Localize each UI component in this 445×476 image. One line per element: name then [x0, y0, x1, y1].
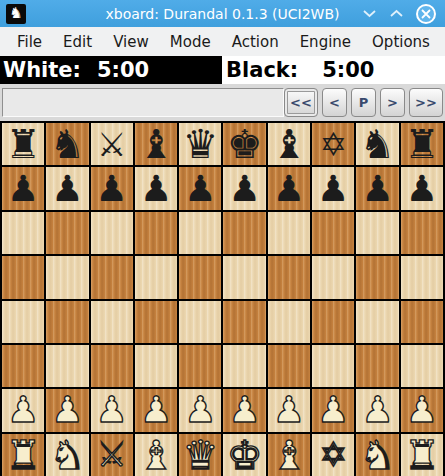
square-e4[interactable]	[179, 301, 221, 343]
square-c4[interactable]	[91, 301, 133, 343]
piece-white-pawn[interactable]: ♟	[273, 392, 305, 428]
square-b6[interactable]	[46, 212, 88, 254]
clock-row: White: 5:00 Black: 5:00	[0, 56, 445, 84]
square-j7[interactable]: ♟	[401, 167, 443, 209]
step-forward-button[interactable]: >	[380, 88, 405, 117]
square-h2[interactable]: ♟	[312, 389, 354, 431]
square-i7[interactable]: ♟	[356, 167, 398, 209]
square-a6[interactable]	[2, 212, 44, 254]
square-g3[interactable]	[268, 345, 310, 387]
square-e3[interactable]	[179, 345, 221, 387]
square-h3[interactable]	[312, 345, 354, 387]
square-b4[interactable]	[46, 301, 88, 343]
menu-engine[interactable]: Engine	[295, 33, 356, 51]
square-a8[interactable]: ♜	[2, 123, 44, 165]
piece-white-knight[interactable]: ♞	[360, 435, 396, 475]
square-f5[interactable]	[223, 256, 265, 298]
maximize-button[interactable]	[389, 8, 403, 20]
square-a1[interactable]: ♜	[2, 434, 44, 476]
knight-icon: ♞	[9, 6, 22, 21]
square-d2[interactable]: ♟	[135, 389, 177, 431]
piece-white-rook[interactable]: ♜	[5, 435, 41, 475]
square-i3[interactable]	[356, 345, 398, 387]
square-f4[interactable]	[223, 301, 265, 343]
square-i2[interactable]: ♟	[356, 389, 398, 431]
chess-board: ♜♞⚔︎♝♛♚♝✡︎♞♜♟♟♟♟♟♟♟♟♟♟♟♟♟♟♟♟♟♟♟♟♜♞⚔︎♝♛♚♝…	[0, 121, 445, 476]
square-d8[interactable]: ♝	[135, 123, 177, 165]
square-g8[interactable]: ♝	[268, 123, 310, 165]
square-i4[interactable]	[356, 301, 398, 343]
square-h5[interactable]	[312, 256, 354, 298]
square-f8[interactable]: ♚	[223, 123, 265, 165]
square-j2[interactable]: ♟	[401, 389, 443, 431]
app-icon[interactable]: ♞	[6, 4, 26, 24]
piece-white-king[interactable]: ♚	[227, 435, 263, 475]
piece-black-chancellor[interactable]: ✡︎	[319, 128, 347, 161]
square-h1[interactable]: ✡︎	[312, 434, 354, 476]
square-c1[interactable]: ⚔︎	[91, 434, 133, 476]
message-field	[2, 88, 284, 117]
square-g6[interactable]	[268, 212, 310, 254]
window-controls	[362, 4, 436, 24]
close-button[interactable]	[416, 4, 436, 24]
square-i6[interactable]	[356, 212, 398, 254]
xboard-window: ♞ xboard: Durandal 0.1.3 (UCI2WB) File E…	[0, 0, 445, 476]
square-a3[interactable]	[2, 345, 44, 387]
piece-white-pawn[interactable]: ♟	[317, 392, 349, 428]
window-titlebar: ♞ xboard: Durandal 0.1.3 (UCI2WB)	[0, 0, 445, 27]
square-h6[interactable]	[312, 212, 354, 254]
black-clock[interactable]: Black: 5:00	[222, 56, 445, 84]
square-d3[interactable]	[135, 345, 177, 387]
square-j1[interactable]: ♜	[401, 434, 443, 476]
piece-black-bishop[interactable]: ♝	[271, 124, 307, 164]
white-clock[interactable]: White: 5:00	[0, 56, 222, 84]
piece-white-chancellor[interactable]: ✡︎	[319, 438, 347, 471]
piece-black-pawn[interactable]: ♟	[273, 171, 305, 207]
piece-white-bishop[interactable]: ♝	[138, 435, 174, 475]
square-g4[interactable]	[268, 301, 310, 343]
menu-file[interactable]: File	[12, 33, 47, 51]
piece-white-archbishop[interactable]: ⚔︎	[97, 438, 127, 471]
menu-action[interactable]: Action	[227, 33, 284, 51]
piece-black-pawn[interactable]: ♟	[140, 171, 172, 207]
square-j3[interactable]	[401, 345, 443, 387]
square-b8[interactable]: ♞	[46, 123, 88, 165]
square-e1[interactable]: ♛	[179, 434, 221, 476]
square-a4[interactable]	[2, 301, 44, 343]
fast-forward-button[interactable]: >>	[409, 88, 443, 117]
navigation-buttons: << < P > >>	[284, 88, 443, 117]
square-a2[interactable]: ♟	[2, 389, 44, 431]
square-f1[interactable]: ♚	[223, 434, 265, 476]
square-a7[interactable]: ♟	[2, 167, 44, 209]
square-c6[interactable]	[91, 212, 133, 254]
piece-black-pawn[interactable]: ♟	[7, 171, 39, 207]
square-h4[interactable]	[312, 301, 354, 343]
piece-white-pawn[interactable]: ♟	[96, 392, 128, 428]
square-i1[interactable]: ♞	[356, 434, 398, 476]
piece-black-pawn[interactable]: ♟	[229, 171, 261, 207]
square-j6[interactable]	[401, 212, 443, 254]
piece-black-queen[interactable]: ♛	[182, 124, 218, 164]
pause-button[interactable]: P	[351, 88, 376, 117]
step-back-button[interactable]: <	[322, 88, 347, 117]
piece-white-knight[interactable]: ♞	[50, 435, 86, 475]
piece-white-pawn[interactable]: ♟	[406, 392, 438, 428]
square-g1[interactable]: ♝	[268, 434, 310, 476]
square-c5[interactable]	[91, 256, 133, 298]
square-d5[interactable]	[135, 256, 177, 298]
square-e7[interactable]: ♟	[179, 167, 221, 209]
piece-white-pawn[interactable]: ♟	[229, 392, 261, 428]
piece-black-pawn[interactable]: ♟	[184, 171, 216, 207]
black-clock-time: 5:00	[322, 58, 374, 82]
piece-white-pawn[interactable]: ♟	[184, 392, 216, 428]
square-b5[interactable]	[46, 256, 88, 298]
square-b1[interactable]: ♞	[46, 434, 88, 476]
white-clock-label: White:	[3, 58, 81, 82]
square-e2[interactable]: ♟	[179, 389, 221, 431]
rewind-button[interactable]: <<	[284, 88, 318, 117]
square-f7[interactable]: ♟	[223, 167, 265, 209]
menu-edit[interactable]: Edit	[58, 33, 97, 51]
square-d7[interactable]: ♟	[135, 167, 177, 209]
close-icon	[421, 9, 431, 19]
square-c2[interactable]: ♟	[91, 389, 133, 431]
piece-black-rook[interactable]: ♜	[5, 124, 41, 164]
black-clock-label: Black:	[226, 58, 298, 82]
piece-black-knight[interactable]: ♞	[360, 124, 396, 164]
square-c3[interactable]	[91, 345, 133, 387]
menu-mode[interactable]: Mode	[165, 33, 216, 51]
square-g7[interactable]: ♟	[268, 167, 310, 209]
square-j4[interactable]	[401, 301, 443, 343]
chevron-down-icon	[363, 9, 376, 18]
square-d4[interactable]	[135, 301, 177, 343]
square-g5[interactable]	[268, 256, 310, 298]
square-b3[interactable]	[46, 345, 88, 387]
piece-white-queen[interactable]: ♛	[182, 435, 218, 475]
menu-view[interactable]: View	[108, 33, 154, 51]
square-h8[interactable]: ✡︎	[312, 123, 354, 165]
piece-white-pawn[interactable]: ♟	[51, 392, 83, 428]
piece-white-pawn[interactable]: ♟	[140, 392, 172, 428]
square-e6[interactable]	[179, 212, 221, 254]
square-a5[interactable]	[2, 256, 44, 298]
piece-black-pawn[interactable]: ♟	[406, 171, 438, 207]
piece-white-rook[interactable]: ♜	[404, 435, 440, 475]
tool-bar: << < P > >>	[0, 84, 445, 121]
square-c7[interactable]: ♟	[91, 167, 133, 209]
square-f2[interactable]: ♟	[223, 389, 265, 431]
square-f6[interactable]	[223, 212, 265, 254]
piece-black-king[interactable]: ♚	[227, 124, 263, 164]
white-clock-time: 5:00	[97, 58, 149, 82]
piece-white-bishop[interactable]: ♝	[271, 435, 307, 475]
piece-black-pawn[interactable]: ♟	[51, 171, 83, 207]
piece-black-pawn[interactable]: ♟	[317, 171, 349, 207]
square-j5[interactable]	[401, 256, 443, 298]
menu-bar: File Edit View Mode Action Engine Option…	[0, 27, 445, 56]
square-i8[interactable]: ♞	[356, 123, 398, 165]
square-c8[interactable]: ⚔︎	[91, 123, 133, 165]
square-j8[interactable]: ♜	[401, 123, 443, 165]
square-e5[interactable]	[179, 256, 221, 298]
square-g2[interactable]: ♟	[268, 389, 310, 431]
menu-options[interactable]: Options	[367, 33, 435, 51]
piece-black-bishop[interactable]: ♝	[138, 124, 174, 164]
square-e8[interactable]: ♛	[179, 123, 221, 165]
piece-black-pawn[interactable]: ♟	[361, 171, 393, 207]
square-b7[interactable]: ♟	[46, 167, 88, 209]
piece-black-knight[interactable]: ♞	[50, 124, 86, 164]
square-d1[interactable]: ♝	[135, 434, 177, 476]
square-i5[interactable]	[356, 256, 398, 298]
piece-white-pawn[interactable]: ♟	[7, 392, 39, 428]
piece-black-pawn[interactable]: ♟	[96, 171, 128, 207]
piece-black-rook[interactable]: ♜	[404, 124, 440, 164]
square-b2[interactable]: ♟	[46, 389, 88, 431]
piece-black-archbishop[interactable]: ⚔︎	[97, 128, 127, 161]
square-f3[interactable]	[223, 345, 265, 387]
minimize-button[interactable]	[362, 8, 376, 20]
square-d6[interactable]	[135, 212, 177, 254]
chevron-up-icon	[390, 9, 403, 18]
square-h7[interactable]: ♟	[312, 167, 354, 209]
piece-white-pawn[interactable]: ♟	[361, 392, 393, 428]
